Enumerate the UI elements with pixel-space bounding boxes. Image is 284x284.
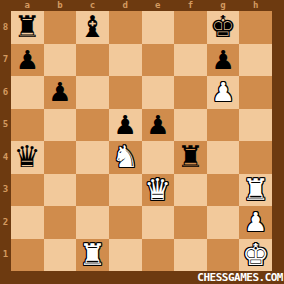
square-e5[interactable]: ♟ — [142, 109, 175, 142]
square-a5[interactable] — [11, 109, 44, 142]
square-h4[interactable] — [239, 141, 272, 174]
square-e8[interactable] — [142, 11, 175, 44]
chess-diagram: abcdefgh 87654321 ♜♝♚♟♟♟♟♟♟♛♞♜♛♜♟♜♚ CHES… — [0, 0, 284, 284]
piece-black-rook[interactable]: ♜ — [177, 142, 204, 172]
square-d3[interactable] — [109, 174, 142, 207]
piece-white-queen[interactable]: ♛ — [144, 175, 171, 205]
square-h3[interactable]: ♜ — [239, 174, 272, 207]
piece-white-rook[interactable]: ♜ — [79, 240, 106, 270]
square-g4[interactable] — [207, 141, 240, 174]
rank-label-2: 2 — [0, 206, 11, 239]
square-a6[interactable] — [11, 76, 44, 109]
rank-labels: 87654321 — [0, 11, 11, 271]
piece-black-pawn[interactable]: ♟ — [146, 112, 169, 138]
file-label-f: f — [174, 0, 207, 11]
square-c4[interactable] — [76, 141, 109, 174]
file-label-b: b — [44, 0, 77, 11]
piece-black-king[interactable]: ♚ — [210, 12, 237, 42]
square-c6[interactable] — [76, 76, 109, 109]
square-e1[interactable] — [142, 239, 175, 272]
square-b4[interactable] — [44, 141, 77, 174]
square-c8[interactable]: ♝ — [76, 11, 109, 44]
file-label-e: e — [142, 0, 175, 11]
square-b1[interactable] — [44, 239, 77, 272]
square-d8[interactable] — [109, 11, 142, 44]
piece-white-rook[interactable]: ♜ — [242, 175, 269, 205]
square-d6[interactable] — [109, 76, 142, 109]
square-e4[interactable] — [142, 141, 175, 174]
square-d4[interactable]: ♞ — [109, 141, 142, 174]
piece-black-pawn[interactable]: ♟ — [114, 112, 137, 138]
rank-label-4: 4 — [0, 141, 11, 174]
square-f1[interactable] — [174, 239, 207, 272]
piece-white-pawn[interactable]: ♟ — [211, 79, 234, 105]
square-f3[interactable] — [174, 174, 207, 207]
square-g8[interactable]: ♚ — [207, 11, 240, 44]
square-g6[interactable]: ♟ — [207, 76, 240, 109]
square-d2[interactable] — [109, 206, 142, 239]
piece-black-pawn[interactable]: ♟ — [211, 47, 234, 73]
square-a4[interactable]: ♛ — [11, 141, 44, 174]
square-e2[interactable] — [142, 206, 175, 239]
square-b3[interactable] — [44, 174, 77, 207]
square-c3[interactable] — [76, 174, 109, 207]
piece-black-pawn[interactable]: ♟ — [48, 79, 71, 105]
square-d1[interactable] — [109, 239, 142, 272]
piece-black-pawn[interactable]: ♟ — [16, 47, 39, 73]
square-d5[interactable]: ♟ — [109, 109, 142, 142]
rank-label-6: 6 — [0, 76, 11, 109]
square-b5[interactable] — [44, 109, 77, 142]
square-c2[interactable] — [76, 206, 109, 239]
square-h6[interactable] — [239, 76, 272, 109]
rank-label-3: 3 — [0, 174, 11, 207]
piece-white-pawn[interactable]: ♟ — [244, 209, 267, 235]
square-a7[interactable]: ♟ — [11, 44, 44, 77]
square-f5[interactable] — [174, 109, 207, 142]
piece-white-knight[interactable]: ♞ — [112, 142, 139, 172]
square-g7[interactable]: ♟ — [207, 44, 240, 77]
square-g2[interactable] — [207, 206, 240, 239]
rank-label-8: 8 — [0, 11, 11, 44]
square-h8[interactable] — [239, 11, 272, 44]
rank-label-7: 7 — [0, 44, 11, 77]
piece-black-bishop[interactable]: ♝ — [79, 12, 106, 42]
board: ♜♝♚♟♟♟♟♟♟♛♞♜♛♜♟♜♚ — [11, 11, 272, 271]
square-c5[interactable] — [76, 109, 109, 142]
square-h1[interactable]: ♚ — [239, 239, 272, 272]
square-g3[interactable] — [207, 174, 240, 207]
square-h5[interactable] — [239, 109, 272, 142]
rank-label-1: 1 — [0, 239, 11, 272]
piece-black-queen[interactable]: ♛ — [14, 142, 41, 172]
chessgames-watermark: CHESSGAMES.COM — [197, 271, 283, 284]
square-h2[interactable]: ♟ — [239, 206, 272, 239]
file-label-h: h — [239, 0, 272, 11]
square-a3[interactable] — [11, 174, 44, 207]
square-e3[interactable]: ♛ — [142, 174, 175, 207]
square-h7[interactable] — [239, 44, 272, 77]
square-a2[interactable] — [11, 206, 44, 239]
piece-black-rook[interactable]: ♜ — [14, 12, 41, 42]
square-e6[interactable] — [142, 76, 175, 109]
square-g1[interactable] — [207, 239, 240, 272]
square-b8[interactable] — [44, 11, 77, 44]
square-e7[interactable] — [142, 44, 175, 77]
square-a8[interactable]: ♜ — [11, 11, 44, 44]
square-b2[interactable] — [44, 206, 77, 239]
square-g5[interactable] — [207, 109, 240, 142]
square-c7[interactable] — [76, 44, 109, 77]
piece-white-king[interactable]: ♚ — [242, 240, 269, 270]
square-a1[interactable] — [11, 239, 44, 272]
square-b6[interactable]: ♟ — [44, 76, 77, 109]
rank-label-5: 5 — [0, 109, 11, 142]
square-b7[interactable] — [44, 44, 77, 77]
square-f6[interactable] — [174, 76, 207, 109]
square-f4[interactable]: ♜ — [174, 141, 207, 174]
square-f2[interactable] — [174, 206, 207, 239]
square-f8[interactable] — [174, 11, 207, 44]
square-c1[interactable]: ♜ — [76, 239, 109, 272]
square-d7[interactable] — [109, 44, 142, 77]
square-f7[interactable] — [174, 44, 207, 77]
file-label-d: d — [109, 0, 142, 11]
